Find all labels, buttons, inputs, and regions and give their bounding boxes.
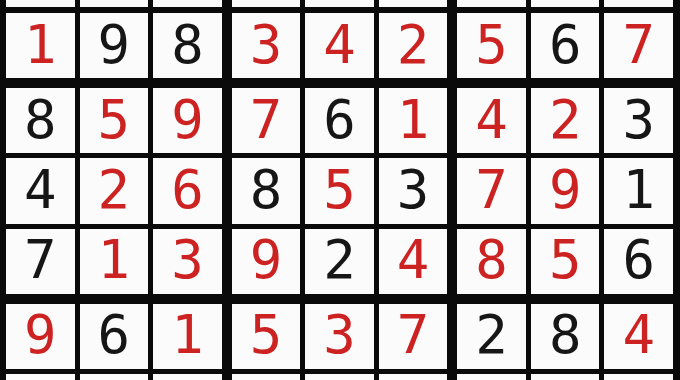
cell-r3c4: 8 xyxy=(232,158,301,223)
given-digit-r3c9: 1 xyxy=(622,163,655,217)
partial-cell-top-c2 xyxy=(80,0,149,7)
solved-digit-r2c7: 4 xyxy=(475,93,508,147)
cell-r4c7: 8 xyxy=(457,229,526,294)
cell-r3c5: 5 xyxy=(305,158,374,223)
cell-r1c3: 8 xyxy=(153,13,222,78)
cell-r4c6: 4 xyxy=(379,229,448,294)
partial-cell-top-c3 xyxy=(153,0,222,7)
solved-digit-r1c4: 3 xyxy=(250,18,283,72)
solved-digit-r5c6: 7 xyxy=(397,308,430,362)
cell-r4c8: 5 xyxy=(531,229,600,294)
partial-cell-top-c7 xyxy=(457,0,526,7)
cell-r2c6: 1 xyxy=(379,88,448,153)
given-digit-r5c7: 2 xyxy=(475,308,508,362)
cell-r3c6: 3 xyxy=(379,158,448,223)
solved-digit-r3c3: 6 xyxy=(171,163,204,217)
solved-digit-r1c7: 5 xyxy=(475,18,508,72)
cell-r1c5: 4 xyxy=(305,13,374,78)
solved-digit-r5c3: 1 xyxy=(171,308,204,362)
solved-digit-r4c2: 1 xyxy=(98,233,131,287)
given-digit-r4c5: 2 xyxy=(323,233,356,287)
sudoku-screenshot: 1983425678597614234268537917139248569615… xyxy=(0,0,680,380)
cell-r2c5: 6 xyxy=(305,88,374,153)
given-digit-r3c6: 3 xyxy=(397,163,430,217)
given-digit-r4c1: 7 xyxy=(24,233,57,287)
cell-r4c2: 1 xyxy=(80,229,149,294)
solved-digit-r2c8: 2 xyxy=(549,93,582,147)
cell-r1c2: 9 xyxy=(80,13,149,78)
partial-cell-bottom-c8 xyxy=(531,374,600,380)
solved-digit-r4c7: 8 xyxy=(475,233,508,287)
partial-cell-top-c1 xyxy=(6,0,75,7)
cell-r3c7: 7 xyxy=(457,158,526,223)
partial-cell-top-c6 xyxy=(379,0,448,7)
given-digit-r1c2: 9 xyxy=(98,18,131,72)
partial-cell-top-c4 xyxy=(232,0,301,7)
solved-digit-r4c3: 3 xyxy=(171,233,204,287)
cell-r1c7: 5 xyxy=(457,13,526,78)
cell-r1c1: 1 xyxy=(6,13,75,78)
cell-r1c8: 6 xyxy=(531,13,600,78)
solved-digit-r1c5: 4 xyxy=(323,18,356,72)
solved-digit-r3c2: 2 xyxy=(98,163,131,217)
partial-cell-bottom-c5 xyxy=(305,374,374,380)
cell-r4c5: 2 xyxy=(305,229,374,294)
cell-r3c9: 1 xyxy=(604,158,673,223)
solved-digit-r3c5: 5 xyxy=(323,163,356,217)
given-digit-r2c5: 6 xyxy=(323,93,356,147)
partial-cell-bottom-c1 xyxy=(6,374,75,380)
partial-cell-top-c8 xyxy=(531,0,600,7)
cell-r4c1: 7 xyxy=(6,229,75,294)
solved-digit-r3c8: 9 xyxy=(549,163,582,217)
cell-r5c5: 3 xyxy=(305,304,374,369)
partial-cell-bottom-c6 xyxy=(379,374,448,380)
given-digit-r1c8: 6 xyxy=(549,18,582,72)
solved-digit-r2c3: 9 xyxy=(171,93,204,147)
cell-r2c7: 4 xyxy=(457,88,526,153)
cell-r1c4: 3 xyxy=(232,13,301,78)
solved-digit-r2c4: 7 xyxy=(250,93,283,147)
cell-r5c9: 4 xyxy=(604,304,673,369)
partial-cell-top-c5 xyxy=(305,0,374,7)
solved-digit-r5c5: 3 xyxy=(323,308,356,362)
solved-digit-r5c4: 5 xyxy=(250,308,283,362)
given-digit-r4c9: 6 xyxy=(622,233,655,287)
solved-digit-r5c9: 4 xyxy=(622,308,655,362)
solved-digit-r4c4: 9 xyxy=(250,233,283,287)
cell-r5c4: 5 xyxy=(232,304,301,369)
given-digit-r5c2: 6 xyxy=(98,308,131,362)
cell-r2c8: 2 xyxy=(531,88,600,153)
cell-r5c3: 1 xyxy=(153,304,222,369)
partial-cell-bottom-c4 xyxy=(232,374,301,380)
cell-r2c3: 9 xyxy=(153,88,222,153)
cell-r2c4: 7 xyxy=(232,88,301,153)
cell-r5c2: 6 xyxy=(80,304,149,369)
cell-r1c6: 2 xyxy=(379,13,448,78)
cell-r5c8: 8 xyxy=(531,304,600,369)
partial-cell-top-c9 xyxy=(604,0,673,7)
cell-r4c3: 3 xyxy=(153,229,222,294)
solved-digit-r3c7: 7 xyxy=(475,163,508,217)
solved-digit-r2c2: 5 xyxy=(98,93,131,147)
cell-r2c2: 5 xyxy=(80,88,149,153)
given-digit-r3c4: 8 xyxy=(250,163,283,217)
solved-digit-r1c6: 2 xyxy=(397,18,430,72)
solved-digit-r5c1: 9 xyxy=(24,308,57,362)
solved-digit-r4c6: 4 xyxy=(397,233,430,287)
cell-r4c9: 6 xyxy=(604,229,673,294)
given-digit-r2c9: 3 xyxy=(622,93,655,147)
cell-r3c3: 6 xyxy=(153,158,222,223)
solved-digit-r4c8: 5 xyxy=(549,233,582,287)
cell-r3c2: 2 xyxy=(80,158,149,223)
partial-cell-bottom-c2 xyxy=(80,374,149,380)
cell-r5c7: 2 xyxy=(457,304,526,369)
solved-digit-r1c9: 7 xyxy=(622,18,655,72)
solved-digit-r2c6: 1 xyxy=(397,93,430,147)
cell-r3c8: 9 xyxy=(531,158,600,223)
cell-r4c4: 9 xyxy=(232,229,301,294)
given-digit-r1c3: 8 xyxy=(171,18,204,72)
given-digit-r2c1: 8 xyxy=(24,93,57,147)
partial-cell-bottom-c3 xyxy=(153,374,222,380)
cell-r2c1: 8 xyxy=(6,88,75,153)
cell-r5c6: 7 xyxy=(379,304,448,369)
partial-cell-bottom-c9 xyxy=(604,374,673,380)
cell-r5c1: 9 xyxy=(6,304,75,369)
sudoku-board: 1983425678597614234268537917139248569615… xyxy=(0,0,680,380)
partial-cell-bottom-c7 xyxy=(457,374,526,380)
cell-r1c9: 7 xyxy=(604,13,673,78)
given-digit-r5c8: 8 xyxy=(549,308,582,362)
cell-r2c9: 3 xyxy=(604,88,673,153)
given-digit-r3c1: 4 xyxy=(24,163,57,217)
solved-digit-r1c1: 1 xyxy=(24,18,57,72)
cell-r3c1: 4 xyxy=(6,158,75,223)
